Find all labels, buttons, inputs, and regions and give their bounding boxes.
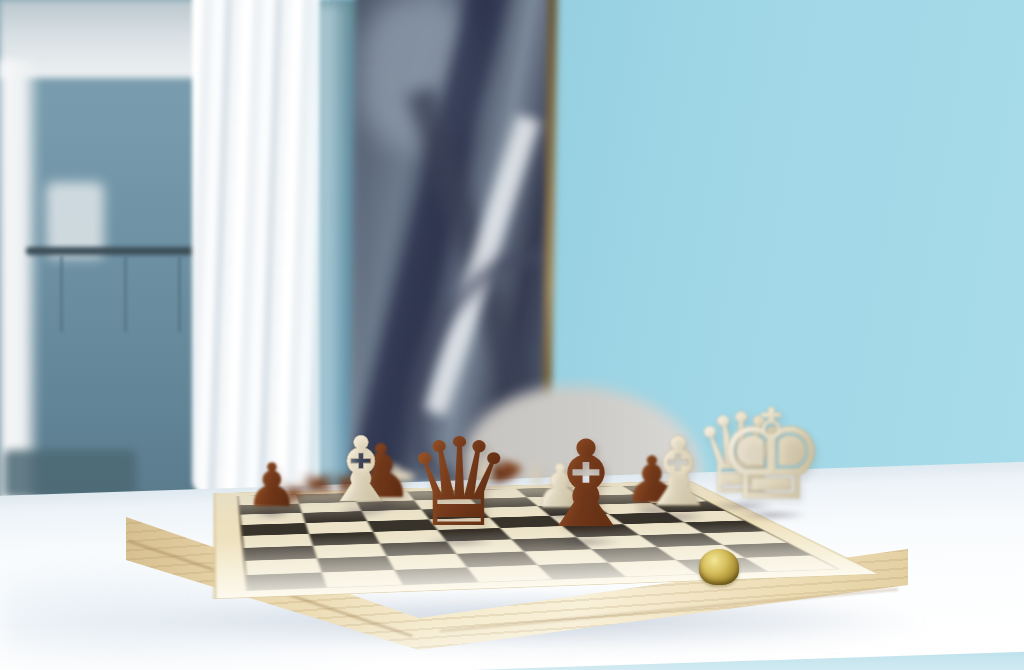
piece-dark-bishop[interactable]: ♝: [532, 428, 640, 542]
piece-dark-queen[interactable]: ♛: [404, 426, 513, 542]
room-photo-scene: ♟♜♟♟♟♞♝♟♟♝♛♟♝♟♝♛♚: [0, 0, 1024, 670]
pieces-layer: ♟♜♟♟♟♞♝♟♟♝♛♟♝♟♝♛♚: [0, 0, 1024, 670]
piece-light-king[interactable]: ♚: [715, 397, 826, 515]
piece-dark-pawn[interactable]: ♟: [245, 457, 299, 514]
piece-light-bishop[interactable]: ♝: [321, 427, 402, 513]
